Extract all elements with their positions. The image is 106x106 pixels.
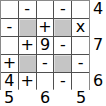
cross-math-puzzle: - - - + x + 9 - + - - 4 + - 4 7 6 5 6 5: [0, 0, 106, 106]
given-cell-r3c3: 9: [37, 37, 54, 54]
operator-cell-r5c2: +: [19, 73, 36, 90]
column-target-2: 6: [36, 90, 54, 106]
row-target-3: 6: [90, 72, 106, 90]
operator-cell-r2c5: x: [72, 19, 89, 36]
operator-cell-r2c3: +: [37, 19, 54, 36]
column-target-3: 5: [72, 90, 90, 106]
operator-cell-r4c1: +: [1, 55, 18, 72]
cell-r1c5[interactable]: [72, 1, 89, 18]
operator-cell-r1c4: -: [54, 1, 71, 18]
blocked-cell-r4c4: [54, 55, 71, 72]
cell-r3c5[interactable]: [72, 37, 89, 54]
blocked-cell-r4c2: [19, 55, 36, 72]
row-target-2: 7: [90, 36, 106, 54]
column-targets: 5 6 5: [0, 90, 90, 106]
blocked-cell-r2c2: [19, 19, 36, 36]
operator-cell-r3c2: +: [19, 37, 36, 54]
operator-cell-r4c3: -: [37, 55, 54, 72]
operator-cell-r1c2: -: [19, 1, 36, 18]
row-targets: 4 7 6: [90, 0, 106, 90]
cell-r1c3[interactable]: [37, 1, 54, 18]
operator-cell-r2c1: -: [1, 19, 18, 36]
row-target-1: 4: [90, 0, 106, 18]
operator-cell-r4c5: -: [72, 55, 89, 72]
cell-r3c1[interactable]: [1, 37, 18, 54]
puzzle-grid: - - - + x + 9 - + - - 4 + -: [0, 0, 90, 90]
operator-cell-r3c4: -: [54, 37, 71, 54]
cell-r1c1[interactable]: [1, 1, 18, 18]
blocked-cell-r2c4: [54, 19, 71, 36]
operator-cell-r5c4: -: [54, 73, 71, 90]
column-target-1: 5: [0, 90, 18, 106]
